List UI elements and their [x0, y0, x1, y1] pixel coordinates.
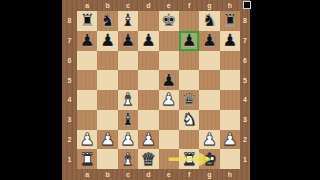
rank-label-3: 3	[240, 110, 250, 130]
square-h4[interactable]	[220, 90, 240, 110]
square-h1[interactable]	[220, 149, 240, 169]
file-label-f: f	[179, 169, 199, 180]
piece-black-knight[interactable]: ♞	[100, 12, 115, 29]
square-f8[interactable]	[179, 11, 199, 31]
rank-label-4: 4	[62, 90, 77, 110]
square-a8[interactable]: ♜	[77, 11, 97, 31]
square-c6[interactable]	[118, 51, 138, 71]
square-a6[interactable]	[77, 51, 97, 71]
square-a1[interactable]: ♜	[77, 149, 97, 169]
piece-black-pawn[interactable]: ♟	[120, 32, 135, 49]
square-g8[interactable]: ♞	[199, 11, 219, 31]
piece-white-queen[interactable]: ♛	[141, 151, 156, 168]
rank-label-6: 6	[240, 51, 250, 71]
file-label-h: h	[220, 169, 240, 180]
square-e4[interactable]: ♟	[159, 90, 179, 110]
square-b4[interactable]	[97, 90, 117, 110]
piece-white-bishop[interactable]: ♝	[120, 151, 135, 168]
square-d8[interactable]	[138, 11, 158, 31]
piece-white-bishop[interactable]: ♝	[120, 91, 135, 108]
square-a4[interactable]	[77, 90, 97, 110]
piece-black-bishop[interactable]: ♝	[120, 12, 135, 29]
piece-white-pawn[interactable]: ♟	[202, 131, 217, 148]
square-f2[interactable]	[179, 130, 199, 150]
square-d7[interactable]: ♟	[138, 31, 158, 51]
square-d4[interactable]	[138, 90, 158, 110]
square-e6[interactable]	[159, 51, 179, 71]
piece-white-king[interactable]: ♚	[202, 151, 217, 168]
piece-white-pawn[interactable]: ♟	[141, 131, 156, 148]
square-f6[interactable]	[179, 51, 199, 71]
square-a5[interactable]	[77, 70, 97, 90]
file-label-h: h	[220, 0, 240, 11]
file-label-e: e	[159, 0, 179, 11]
square-h6[interactable]	[220, 51, 240, 71]
square-d5[interactable]	[138, 70, 158, 90]
rank-label-2: 2	[62, 130, 77, 150]
rank-label-2: 2	[240, 130, 250, 150]
piece-black-pawn[interactable]: ♟	[202, 32, 217, 49]
rank-label-8: 8	[240, 11, 250, 31]
piece-black-king[interactable]: ♚	[161, 12, 176, 29]
rank-label-5: 5	[240, 70, 250, 90]
rank-labels-right: 87654321	[240, 11, 250, 169]
file-label-b: b	[97, 169, 117, 180]
rank-label-3: 3	[62, 110, 77, 130]
file-label-g: g	[199, 169, 219, 180]
file-label-g: g	[199, 0, 219, 11]
square-g1[interactable]: ♚	[199, 149, 219, 169]
piece-black-queen[interactable]: ♛	[181, 91, 196, 108]
square-g4[interactable]	[199, 90, 219, 110]
chess-board[interactable]: abcdefgh abcdefgh 87654321 87654321 ♜♞♝♚…	[62, 0, 250, 180]
file-label-e: e	[159, 169, 179, 180]
square-f3[interactable]: ♞	[179, 110, 199, 130]
piece-white-pawn[interactable]: ♟	[120, 131, 135, 148]
square-b3[interactable]	[97, 110, 117, 130]
square-f7[interactable]: ♟	[179, 31, 199, 51]
rank-label-6: 6	[62, 51, 77, 71]
file-label-f: f	[179, 0, 199, 11]
file-labels-top: abcdefgh	[77, 0, 240, 11]
file-label-a: a	[77, 0, 97, 11]
square-c5[interactable]	[118, 70, 138, 90]
file-label-c: c	[118, 0, 138, 11]
piece-white-rook[interactable]: ♜	[80, 151, 95, 168]
square-g7[interactable]: ♟	[199, 31, 219, 51]
square-a3[interactable]	[77, 110, 97, 130]
square-h7[interactable]: ♟	[220, 31, 240, 51]
square-b6[interactable]	[97, 51, 117, 71]
piece-white-pawn[interactable]: ♟	[80, 131, 95, 148]
square-b8[interactable]: ♞	[97, 11, 117, 31]
rank-label-7: 7	[62, 31, 77, 51]
square-g5[interactable]	[199, 70, 219, 90]
square-h3[interactable]	[220, 110, 240, 130]
square-g2[interactable]: ♟	[199, 130, 219, 150]
piece-black-bishop[interactable]: ♝	[120, 111, 135, 128]
rank-label-5: 5	[62, 70, 77, 90]
file-label-a: a	[77, 169, 97, 180]
square-b5[interactable]	[97, 70, 117, 90]
piece-black-pawn[interactable]: ♟	[100, 32, 115, 49]
piece-white-knight[interactable]: ♞	[181, 111, 196, 128]
piece-white-pawn[interactable]: ♟	[161, 91, 176, 108]
square-h8[interactable]: ♜	[220, 11, 240, 31]
piece-white-pawn[interactable]: ♟	[100, 131, 115, 148]
square-e5[interactable]: ♟	[159, 70, 179, 90]
square-c4[interactable]: ♝	[118, 90, 138, 110]
squares: ♜♞♝♚♞♜♟♟♟♟♟♟♟♟♝♟♛♝♞♟♟♟♟♟♟♜♝♛♜♚	[77, 11, 240, 169]
square-h5[interactable]	[220, 70, 240, 90]
square-g6[interactable]	[199, 51, 219, 71]
rank-label-1: 1	[240, 149, 250, 169]
square-b2[interactable]: ♟	[97, 130, 117, 150]
piece-black-pawn[interactable]: ♟	[161, 72, 176, 89]
piece-white-pawn[interactable]: ♟	[222, 131, 237, 148]
file-label-d: d	[138, 169, 158, 180]
corner-square-icon	[243, 1, 251, 9]
piece-black-rook[interactable]: ♜	[80, 12, 95, 29]
square-e2[interactable]	[159, 130, 179, 150]
square-e3[interactable]	[159, 110, 179, 130]
square-b7[interactable]: ♟	[97, 31, 117, 51]
rank-label-8: 8	[62, 11, 77, 31]
file-labels-bottom: abcdefgh	[77, 169, 240, 180]
piece-black-pawn[interactable]: ♟	[80, 32, 95, 49]
square-a7[interactable]: ♟	[77, 31, 97, 51]
square-h2[interactable]: ♟	[220, 130, 240, 150]
piece-black-pawn[interactable]: ♟	[181, 32, 196, 49]
piece-white-rook[interactable]: ♜	[181, 151, 196, 168]
file-label-c: c	[118, 169, 138, 180]
file-label-b: b	[97, 0, 117, 11]
piece-black-knight[interactable]: ♞	[202, 12, 217, 29]
square-a2[interactable]: ♟	[77, 130, 97, 150]
square-c1[interactable]: ♝	[118, 149, 138, 169]
file-label-d: d	[138, 0, 158, 11]
square-d2[interactable]: ♟	[138, 130, 158, 150]
square-c7[interactable]: ♟	[118, 31, 138, 51]
piece-black-pawn[interactable]: ♟	[141, 32, 156, 49]
video-frame: abcdefgh abcdefgh 87654321 87654321 ♜♞♝♚…	[0, 0, 320, 180]
rank-labels-left: 87654321	[62, 11, 77, 169]
square-e1[interactable]	[159, 149, 179, 169]
square-d1[interactable]: ♛	[138, 149, 158, 169]
square-f1[interactable]: ♜	[179, 149, 199, 169]
rank-label-4: 4	[240, 90, 250, 110]
rank-label-1: 1	[62, 149, 77, 169]
piece-black-pawn[interactable]: ♟	[222, 32, 237, 49]
square-d3[interactable]	[138, 110, 158, 130]
piece-black-rook[interactable]: ♜	[222, 12, 237, 29]
square-f5[interactable]	[179, 70, 199, 90]
square-g3[interactable]	[199, 110, 219, 130]
square-e7[interactable]	[159, 31, 179, 51]
square-e8[interactable]: ♚	[159, 11, 179, 31]
square-d6[interactable]	[138, 51, 158, 71]
square-b1[interactable]	[97, 149, 117, 169]
square-c8[interactable]: ♝	[118, 11, 138, 31]
square-c3[interactable]: ♝	[118, 110, 138, 130]
square-f4[interactable]: ♛	[179, 90, 199, 110]
square-c2[interactable]: ♟	[118, 130, 138, 150]
rank-label-7: 7	[240, 31, 250, 51]
